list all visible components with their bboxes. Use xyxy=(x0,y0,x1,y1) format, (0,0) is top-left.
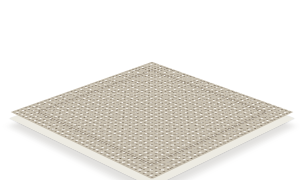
chess-board-squares xyxy=(39,71,265,164)
photo-scene xyxy=(0,0,300,180)
chess-board xyxy=(11,62,294,179)
product-photo-marble-chess-set xyxy=(0,0,300,180)
